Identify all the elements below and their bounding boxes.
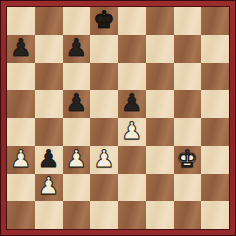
square-a1[interactable] (7, 201, 35, 229)
white-pawn[interactable]: ♟ (66, 147, 88, 171)
square-a6[interactable] (7, 63, 35, 91)
square-a2[interactable] (7, 174, 35, 202)
square-c5[interactable]: ♟ (63, 90, 91, 118)
square-b1[interactable] (35, 201, 63, 229)
white-pawn[interactable]: ♟ (38, 174, 60, 198)
square-f7[interactable] (146, 35, 174, 63)
white-pawn[interactable]: ♟ (93, 147, 115, 171)
square-e2[interactable] (118, 174, 146, 202)
square-h1[interactable] (201, 201, 229, 229)
square-d3[interactable]: ♟ (90, 146, 118, 174)
square-e3[interactable] (118, 146, 146, 174)
square-b8[interactable] (35, 7, 63, 35)
white-king[interactable]: ♚ (177, 147, 199, 171)
square-h2[interactable] (201, 174, 229, 202)
square-e1[interactable] (118, 201, 146, 229)
chess-board: ♚♟♟♟♟♟♟♟♟♟♚♟ (7, 7, 229, 229)
white-pawn[interactable]: ♟ (121, 119, 143, 143)
square-c7[interactable]: ♟ (63, 35, 91, 63)
square-g6[interactable] (174, 63, 202, 91)
square-a3[interactable]: ♟ (7, 146, 35, 174)
square-f4[interactable] (146, 118, 174, 146)
square-g4[interactable] (174, 118, 202, 146)
square-d5[interactable] (90, 90, 118, 118)
board-frame: ♚♟♟♟♟♟♟♟♟♟♚♟ (0, 0, 236, 236)
square-b7[interactable] (35, 35, 63, 63)
square-d6[interactable] (90, 63, 118, 91)
square-f1[interactable] (146, 201, 174, 229)
black-pawn[interactable]: ♟ (121, 91, 143, 115)
square-e4[interactable]: ♟ (118, 118, 146, 146)
square-g2[interactable] (174, 174, 202, 202)
square-c8[interactable] (63, 7, 91, 35)
square-c2[interactable] (63, 174, 91, 202)
square-c3[interactable]: ♟ (63, 146, 91, 174)
square-f2[interactable] (146, 174, 174, 202)
square-g3[interactable]: ♚ (174, 146, 202, 174)
white-pawn[interactable]: ♟ (10, 147, 32, 171)
square-a7[interactable]: ♟ (7, 35, 35, 63)
black-pawn[interactable]: ♟ (66, 91, 88, 115)
square-b6[interactable] (35, 63, 63, 91)
square-h3[interactable] (201, 146, 229, 174)
square-c6[interactable] (63, 63, 91, 91)
square-f5[interactable] (146, 90, 174, 118)
square-e5[interactable]: ♟ (118, 90, 146, 118)
square-b4[interactable] (35, 118, 63, 146)
square-d2[interactable] (90, 174, 118, 202)
square-g1[interactable] (174, 201, 202, 229)
square-c4[interactable] (63, 118, 91, 146)
square-h5[interactable] (201, 90, 229, 118)
square-a4[interactable] (7, 118, 35, 146)
square-h4[interactable] (201, 118, 229, 146)
square-f8[interactable] (146, 7, 174, 35)
square-f3[interactable] (146, 146, 174, 174)
square-d1[interactable] (90, 201, 118, 229)
square-g5[interactable] (174, 90, 202, 118)
square-c1[interactable] (63, 201, 91, 229)
square-g7[interactable] (174, 35, 202, 63)
square-a8[interactable] (7, 7, 35, 35)
square-b3[interactable]: ♟ (35, 146, 63, 174)
square-e7[interactable] (118, 35, 146, 63)
square-e6[interactable] (118, 63, 146, 91)
square-g8[interactable] (174, 7, 202, 35)
black-pawn[interactable]: ♟ (38, 147, 60, 171)
square-f6[interactable] (146, 63, 174, 91)
square-a5[interactable] (7, 90, 35, 118)
square-b5[interactable] (35, 90, 63, 118)
black-pawn[interactable]: ♟ (10, 36, 32, 60)
square-b2[interactable]: ♟ (35, 174, 63, 202)
square-d8[interactable]: ♚ (90, 7, 118, 35)
square-h6[interactable] (201, 63, 229, 91)
black-king[interactable]: ♚ (93, 8, 115, 32)
square-d7[interactable] (90, 35, 118, 63)
square-d4[interactable] (90, 118, 118, 146)
square-h8[interactable] (201, 7, 229, 35)
square-h7[interactable] (201, 35, 229, 63)
black-pawn[interactable]: ♟ (66, 36, 88, 60)
square-e8[interactable] (118, 7, 146, 35)
